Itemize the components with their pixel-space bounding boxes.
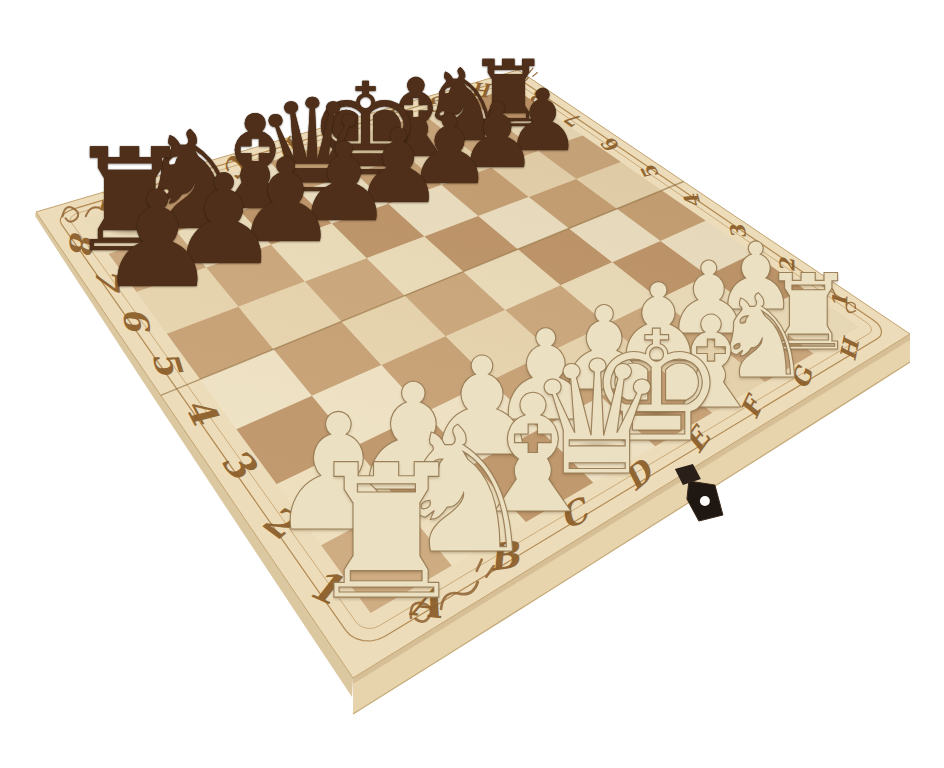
latch-hole: [700, 496, 710, 506]
wooden-chess-set-photo: 88AA77BB66CC55DD44EE33FF22GG11HH ♜♞♟♝♟♚♟…: [0, 0, 944, 768]
rank-label-far-right-1: 1: [828, 293, 853, 309]
rank-label-far-right-2: 2: [775, 256, 799, 272]
chessboard: 88AA77BB66CC55DD44EE33FF22GG11HH: [0, 0, 944, 768]
